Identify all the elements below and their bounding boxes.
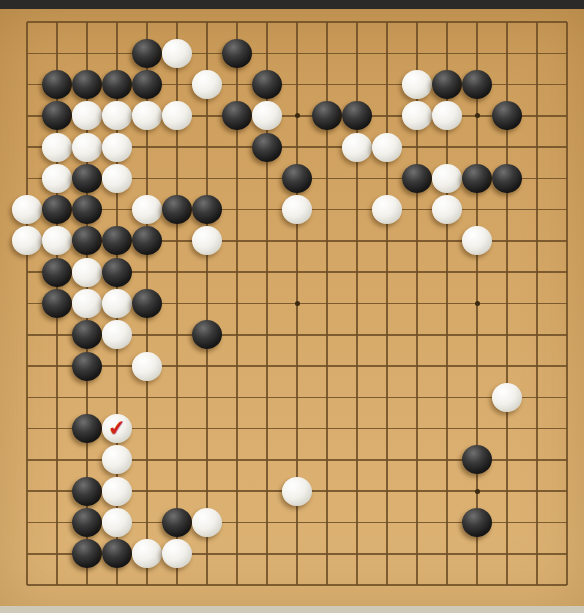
grid-line-horizontal: [27, 397, 567, 399]
black-stone: [492, 164, 522, 193]
star-point: [295, 301, 300, 306]
star-point: [475, 301, 480, 306]
black-stone: [72, 70, 102, 99]
black-stone: [132, 289, 162, 318]
white-stone: [72, 133, 102, 162]
black-stone: [402, 164, 432, 193]
black-stone: [72, 195, 102, 224]
black-stone: [132, 226, 162, 255]
black-stone: [72, 164, 102, 193]
black-stone: [72, 226, 102, 255]
black-stone: [252, 133, 282, 162]
white-stone: [42, 226, 72, 255]
black-stone: [132, 39, 162, 68]
grid-line-vertical: [386, 22, 388, 585]
white-stone: [402, 70, 432, 99]
black-stone: [432, 70, 462, 99]
last-move-marker: ✔: [101, 413, 134, 445]
white-stone: [402, 101, 432, 130]
black-stone: [192, 195, 222, 224]
white-stone: [132, 195, 162, 224]
black-stone: [252, 70, 282, 99]
black-stone: [492, 101, 522, 130]
black-stone: [72, 320, 102, 349]
grid-line-horizontal: [27, 584, 567, 586]
black-stone: [42, 289, 72, 318]
black-stone: [42, 195, 72, 224]
black-stone: [102, 226, 132, 255]
grid-line-vertical: [566, 22, 568, 585]
black-stone: [72, 352, 102, 381]
black-stone: [72, 539, 102, 568]
white-stone: [102, 133, 132, 162]
star-point: [295, 113, 300, 118]
grid-line-vertical: [536, 22, 538, 585]
grid-line-horizontal: [27, 365, 567, 367]
star-point: [475, 489, 480, 494]
black-stone: [102, 539, 132, 568]
white-stone: [132, 352, 162, 381]
white-stone: [372, 133, 402, 162]
white-stone: [432, 101, 462, 130]
white-stone: [162, 39, 192, 68]
white-stone: [102, 101, 132, 130]
star-point: [475, 113, 480, 118]
white-stone: [432, 164, 462, 193]
black-stone: [462, 508, 492, 537]
white-stone: [102, 508, 132, 537]
white-stone: [12, 195, 42, 224]
black-stone: [282, 164, 312, 193]
white-stone: [462, 226, 492, 255]
go-game-screenshot: ✔: [0, 0, 584, 613]
white-stone: ✔: [102, 414, 132, 443]
table-edge-top: [0, 0, 584, 9]
black-stone: [72, 477, 102, 506]
black-stone: [102, 258, 132, 287]
white-stone: [372, 195, 402, 224]
white-stone: [282, 477, 312, 506]
white-stone: [102, 477, 132, 506]
white-stone: [102, 289, 132, 318]
white-stone: [102, 164, 132, 193]
black-stone: [222, 39, 252, 68]
white-stone: [72, 101, 102, 130]
white-stone: [72, 289, 102, 318]
white-stone: [42, 133, 72, 162]
white-stone: [162, 101, 192, 130]
white-stone: [72, 258, 102, 287]
black-stone: [42, 258, 72, 287]
white-stone: [102, 445, 132, 474]
table-edge-bottom: [0, 606, 584, 613]
black-stone: [462, 70, 492, 99]
black-stone: [42, 70, 72, 99]
white-stone: [252, 101, 282, 130]
black-stone: [192, 320, 222, 349]
black-stone: [42, 101, 72, 130]
white-stone: [492, 383, 522, 412]
white-stone: [432, 195, 462, 224]
black-stone: [462, 445, 492, 474]
black-stone: [222, 101, 252, 130]
white-stone: [132, 101, 162, 130]
black-stone: [102, 70, 132, 99]
white-stone: [42, 164, 72, 193]
black-stone: [162, 195, 192, 224]
black-stone: [342, 101, 372, 130]
white-stone: [192, 226, 222, 255]
white-stone: [342, 133, 372, 162]
white-stone: [192, 508, 222, 537]
black-stone: [72, 508, 102, 537]
go-board[interactable]: ✔: [0, 9, 584, 606]
black-stone: [312, 101, 342, 130]
white-stone: [102, 320, 132, 349]
black-stone: [132, 70, 162, 99]
white-stone: [192, 70, 222, 99]
black-stone: [72, 414, 102, 443]
white-stone: [162, 539, 192, 568]
white-stone: [282, 195, 312, 224]
white-stone: [132, 539, 162, 568]
white-stone: [12, 226, 42, 255]
black-stone: [462, 164, 492, 193]
black-stone: [162, 508, 192, 537]
